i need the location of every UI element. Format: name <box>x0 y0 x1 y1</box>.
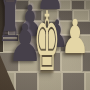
piece-white-pawn-f3[interactable]: ♟ <box>60 13 89 60</box>
board-square[interactable] <box>62 72 86 90</box>
piece-white-king-e2[interactable]: ♚ <box>34 1 60 83</box>
board-square[interactable] <box>71 0 85 10</box>
board-square[interactable] <box>85 72 90 90</box>
chess-board-3d-view: ♟♜♟♟♟♟♚ <box>0 0 90 90</box>
board-square[interactable] <box>85 0 90 10</box>
board-square[interactable] <box>0 72 15 90</box>
